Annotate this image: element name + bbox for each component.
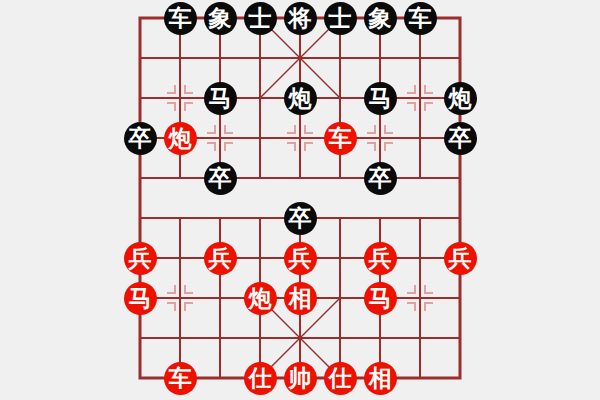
black-soldier[interactable]: 卒 [364, 162, 397, 195]
black-elephant[interactable]: 象 [364, 2, 397, 35]
red-cannon[interactable]: 炮 [164, 122, 197, 155]
red-rook[interactable]: 车 [324, 122, 357, 155]
black-advisor[interactable]: 士 [324, 2, 357, 35]
red-rook[interactable]: 车 [164, 362, 197, 395]
red-pawn[interactable]: 兵 [444, 242, 477, 275]
red-advisor[interactable]: 仕 [244, 362, 277, 395]
black-horse[interactable]: 马 [364, 82, 397, 115]
red-pawn[interactable]: 兵 [364, 242, 397, 275]
red-cannon[interactable]: 炮 [244, 282, 277, 315]
red-horse[interactable]: 马 [364, 282, 397, 315]
red-pawn[interactable]: 兵 [124, 242, 157, 275]
red-pawn[interactable]: 兵 [204, 242, 237, 275]
black-elephant[interactable]: 象 [204, 2, 237, 35]
red-general[interactable]: 帅 [284, 362, 317, 395]
red-elephant[interactable]: 相 [284, 282, 317, 315]
red-advisor[interactable]: 仕 [324, 362, 357, 395]
black-general[interactable]: 将 [284, 2, 317, 35]
black-horse[interactable]: 马 [204, 82, 237, 115]
board-grid[interactable]: 车象士将士象车马炮马炮卒炮车卒卒卒卒兵兵兵兵兵马炮相马车仕帅仕相 [120, 0, 480, 398]
red-elephant[interactable]: 相 [364, 362, 397, 395]
black-soldier[interactable]: 卒 [284, 202, 317, 235]
red-horse[interactable]: 马 [124, 282, 157, 315]
red-pawn[interactable]: 兵 [284, 242, 317, 275]
black-soldier[interactable]: 卒 [204, 162, 237, 195]
xiangqi-board: 车象士将士象车马炮马炮卒炮车卒卒卒卒兵兵兵兵兵马炮相马车仕帅仕相 [0, 0, 600, 400]
black-cannon[interactable]: 炮 [284, 82, 317, 115]
black-advisor[interactable]: 士 [244, 2, 277, 35]
black-rook[interactable]: 车 [164, 2, 197, 35]
black-cannon[interactable]: 炮 [444, 82, 477, 115]
black-soldier[interactable]: 卒 [444, 122, 477, 155]
black-rook[interactable]: 车 [404, 2, 437, 35]
black-soldier[interactable]: 卒 [124, 122, 157, 155]
